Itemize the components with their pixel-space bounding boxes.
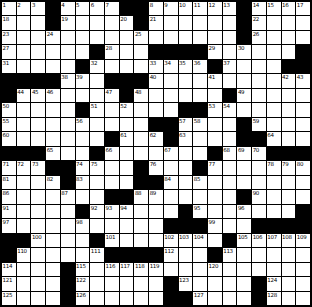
grid-cell[interactable]: 71 [2,161,16,174]
grid-cell[interactable] [267,74,281,87]
grid-cell[interactable] [223,176,237,189]
grid-cell[interactable] [282,190,296,203]
grid-cell[interactable] [296,248,310,261]
grid-cell[interactable] [134,132,148,145]
grid-cell[interactable] [179,74,193,87]
grid-cell[interactable]: 93 [105,205,119,218]
grid-cell[interactable]: 77 [208,161,222,174]
grid-cell[interactable] [31,132,45,145]
grid-cell[interactable] [296,103,310,116]
grid-cell[interactable] [282,292,296,305]
grid-cell[interactable] [120,277,134,290]
grid-cell[interactable] [267,89,281,102]
grid-cell[interactable] [208,277,222,290]
grid-cell[interactable]: 67 [164,147,178,160]
grid-cell[interactable]: 98 [76,219,90,232]
grid-cell[interactable]: 32 [90,60,104,73]
grid-cell[interactable] [208,176,222,189]
grid-cell[interactable]: 42 [282,74,296,87]
grid-cell[interactable] [282,176,296,189]
grid-cell[interactable] [149,205,163,218]
grid-cell[interactable] [90,74,104,87]
grid-cell[interactable] [223,16,237,29]
grid-cell[interactable]: 64 [267,132,281,145]
grid-cell[interactable] [90,31,104,44]
grid-cell[interactable] [31,205,45,218]
grid-cell[interactable] [208,118,222,131]
grid-cell[interactable] [267,31,281,44]
grid-cell[interactable]: 116 [105,263,119,276]
grid-cell[interactable]: 120 [208,263,222,276]
grid-cell[interactable] [252,176,266,189]
grid-cell[interactable] [105,277,119,290]
grid-cell[interactable] [252,60,266,73]
grid-cell[interactable] [223,118,237,131]
grid-cell[interactable]: 9 [164,2,178,15]
grid-cell[interactable] [46,103,60,116]
grid-cell[interactable] [90,176,104,189]
grid-cell[interactable] [17,219,31,232]
grid-cell[interactable] [46,60,60,73]
grid-cell[interactable]: 111 [90,248,104,261]
grid-cell[interactable] [296,89,310,102]
grid-cell[interactable] [31,16,45,29]
grid-cell[interactable]: 29 [208,45,222,58]
grid-cell[interactable]: 63 [179,132,193,145]
grid-cell[interactable] [223,292,237,305]
grid-cell[interactable]: 47 [105,89,119,102]
grid-cell[interactable] [46,190,60,203]
grid-cell[interactable] [179,147,193,160]
grid-cell[interactable] [296,190,310,203]
grid-cell[interactable]: 102 [164,234,178,247]
grid-cell[interactable]: 11 [193,2,207,15]
grid-cell[interactable] [267,16,281,29]
grid-cell[interactable] [282,132,296,145]
grid-cell[interactable] [46,132,60,145]
grid-cell[interactable]: 27 [2,45,16,58]
grid-cell[interactable] [282,205,296,218]
grid-cell[interactable] [164,16,178,29]
grid-cell[interactable] [120,147,134,160]
grid-cell[interactable] [252,45,266,58]
grid-cell[interactable] [61,234,75,247]
grid-cell[interactable]: 81 [2,176,16,189]
grid-cell[interactable]: 86 [2,190,16,203]
grid-cell[interactable] [17,45,31,58]
grid-cell[interactable] [105,118,119,131]
grid-cell[interactable] [237,74,251,87]
grid-cell[interactable]: 16 [282,2,296,15]
grid-cell[interactable] [208,132,222,145]
grid-cell[interactable] [179,31,193,44]
grid-cell[interactable] [252,263,266,276]
grid-cell[interactable] [134,277,148,290]
grid-cell[interactable] [208,292,222,305]
grid-cell[interactable]: 59 [252,118,266,131]
grid-cell[interactable] [120,176,134,189]
grid-cell[interactable]: 49 [237,89,251,102]
grid-cell[interactable] [149,147,163,160]
grid-cell[interactable] [223,277,237,290]
grid-cell[interactable]: 6 [90,2,104,15]
grid-cell[interactable] [179,89,193,102]
grid-cell[interactable] [267,176,281,189]
grid-cell[interactable]: 50 [2,103,16,116]
grid-cell[interactable]: 106 [252,234,266,247]
grid-cell[interactable] [134,45,148,58]
grid-cell[interactable]: 39 [76,74,90,87]
grid-cell[interactable] [223,74,237,87]
grid-cell[interactable]: 70 [252,147,266,160]
grid-cell[interactable]: 38 [61,74,75,87]
grid-cell[interactable]: 34 [164,60,178,73]
grid-cell[interactable] [17,103,31,116]
grid-cell[interactable]: 53 [208,103,222,116]
grid-cell[interactable]: 69 [237,147,251,160]
grid-cell[interactable] [164,263,178,276]
grid-cell[interactable] [252,74,266,87]
grid-cell[interactable] [120,60,134,73]
grid-cell[interactable]: 3 [31,2,45,15]
grid-cell[interactable]: 91 [2,205,16,218]
grid-cell[interactable]: 89 [149,190,163,203]
grid-cell[interactable]: 57 [179,118,193,131]
grid-cell[interactable] [31,176,45,189]
grid-cell[interactable]: 117 [120,263,134,276]
grid-cell[interactable] [46,234,60,247]
grid-cell[interactable] [105,31,119,44]
grid-cell[interactable] [223,31,237,44]
grid-cell[interactable] [223,205,237,218]
grid-cell[interactable] [90,190,104,203]
grid-cell[interactable] [179,176,193,189]
grid-cell[interactable] [31,248,45,261]
grid-cell[interactable]: 23 [2,31,16,44]
grid-cell[interactable]: 66 [105,147,119,160]
grid-cell[interactable] [193,248,207,261]
grid-cell[interactable] [90,16,104,29]
grid-cell[interactable] [105,16,119,29]
grid-cell[interactable]: 97 [2,219,16,232]
grid-cell[interactable] [296,31,310,44]
grid-cell[interactable] [237,277,251,290]
grid-cell[interactable] [76,132,90,145]
grid-cell[interactable]: 15 [267,2,281,15]
grid-cell[interactable] [282,89,296,102]
grid-cell[interactable] [134,118,148,131]
grid-cell[interactable] [252,205,266,218]
grid-cell[interactable]: 88 [134,190,148,203]
grid-cell[interactable] [237,60,251,73]
grid-cell[interactable] [208,89,222,102]
grid-cell[interactable]: 100 [31,234,45,247]
grid-cell[interactable] [149,234,163,247]
grid-cell[interactable]: 83 [76,176,90,189]
grid-cell[interactable] [46,118,60,131]
grid-cell[interactable] [237,176,251,189]
grid-cell[interactable]: 40 [149,74,163,87]
grid-cell[interactable]: 21 [149,16,163,29]
grid-cell[interactable] [237,219,251,232]
grid-cell[interactable] [17,176,31,189]
grid-cell[interactable] [134,103,148,116]
grid-cell[interactable] [193,31,207,44]
grid-cell[interactable] [296,263,310,276]
grid-cell[interactable]: 115 [76,263,90,276]
grid-cell[interactable]: 123 [179,277,193,290]
grid-cell[interactable] [164,89,178,102]
grid-cell[interactable] [61,118,75,131]
grid-cell[interactable] [296,176,310,189]
grid-cell[interactable] [296,132,310,145]
grid-cell[interactable] [282,45,296,58]
grid-cell[interactable] [193,16,207,29]
grid-cell[interactable] [282,31,296,44]
grid-cell[interactable] [179,161,193,174]
grid-cell[interactable] [296,292,310,305]
grid-cell[interactable]: 19 [61,16,75,29]
grid-cell[interactable] [105,292,119,305]
grid-cell[interactable] [61,103,75,116]
grid-cell[interactable] [149,89,163,102]
grid-cell[interactable] [223,219,237,232]
grid-cell[interactable] [17,118,31,131]
grid-cell[interactable] [223,45,237,58]
grid-cell[interactable]: 118 [134,263,148,276]
grid-cell[interactable] [76,45,90,58]
grid-cell[interactable]: 35 [179,60,193,73]
grid-cell[interactable] [120,161,134,174]
grid-cell[interactable]: 75 [90,161,104,174]
grid-cell[interactable]: 1 [2,2,16,15]
grid-cell[interactable] [61,60,75,73]
grid-cell[interactable] [179,190,193,203]
grid-cell[interactable] [61,248,75,261]
grid-cell[interactable] [31,45,45,58]
grid-cell[interactable] [76,234,90,247]
grid-cell[interactable]: 107 [267,234,281,247]
grid-cell[interactable] [31,263,45,276]
grid-cell[interactable] [134,219,148,232]
grid-cell[interactable]: 80 [296,161,310,174]
grid-cell[interactable] [31,31,45,44]
grid-cell[interactable] [237,248,251,261]
grid-cell[interactable] [17,205,31,218]
grid-cell[interactable]: 36 [193,60,207,73]
grid-cell[interactable] [208,190,222,203]
grid-cell[interactable] [31,219,45,232]
grid-cell[interactable] [90,263,104,276]
grid-cell[interactable]: 82 [46,176,60,189]
grid-cell[interactable] [282,277,296,290]
grid-cell[interactable] [134,60,148,73]
grid-cell[interactable]: 122 [76,277,90,290]
grid-cell[interactable] [149,31,163,44]
grid-cell[interactable] [267,248,281,261]
grid-cell[interactable] [164,190,178,203]
grid-cell[interactable] [237,103,251,116]
grid-cell[interactable]: 109 [296,234,310,247]
grid-cell[interactable]: 14 [252,2,266,15]
grid-cell[interactable] [208,16,222,29]
grid-cell[interactable] [223,190,237,203]
grid-cell[interactable] [296,16,310,29]
grid-cell[interactable]: 110 [17,248,31,261]
grid-cell[interactable] [120,31,134,44]
grid-cell[interactable]: 101 [105,234,119,247]
grid-cell[interactable]: 43 [296,74,310,87]
grid-cell[interactable] [282,263,296,276]
grid-cell[interactable] [223,161,237,174]
grid-cell[interactable] [267,118,281,131]
grid-cell[interactable] [193,147,207,160]
grid-cell[interactable]: 125 [2,292,16,305]
grid-cell[interactable]: 5 [76,2,90,15]
grid-cell[interactable] [61,219,75,232]
grid-cell[interactable] [134,234,148,247]
grid-cell[interactable] [90,292,104,305]
grid-cell[interactable] [90,277,104,290]
grid-cell[interactable] [31,103,45,116]
grid-cell[interactable] [17,60,31,73]
grid-cell[interactable] [61,45,75,58]
grid-cell[interactable]: 126 [76,292,90,305]
grid-cell[interactable] [105,60,119,73]
grid-cell[interactable]: 92 [90,205,104,218]
grid-cell[interactable] [267,45,281,58]
grid-cell[interactable] [46,263,60,276]
grid-cell[interactable] [31,277,45,290]
grid-cell[interactable]: 72 [17,161,31,174]
grid-cell[interactable] [193,132,207,145]
grid-cell[interactable] [90,118,104,131]
grid-cell[interactable]: 51 [90,103,104,116]
grid-cell[interactable]: 128 [267,292,281,305]
grid-cell[interactable]: 121 [2,277,16,290]
grid-cell[interactable] [17,263,31,276]
grid-cell[interactable] [31,60,45,73]
grid-cell[interactable] [252,161,266,174]
grid-cell[interactable]: 28 [105,45,119,58]
grid-cell[interactable] [149,219,163,232]
grid-cell[interactable] [237,161,251,174]
grid-cell[interactable] [164,31,178,44]
grid-cell[interactable] [179,263,193,276]
grid-cell[interactable]: 105 [237,234,251,247]
grid-cell[interactable] [76,190,90,203]
grid-cell[interactable] [193,74,207,87]
grid-cell[interactable]: 48 [134,89,148,102]
grid-cell[interactable]: 12 [208,2,222,15]
grid-cell[interactable]: 45 [31,89,45,102]
grid-cell[interactable] [76,16,90,29]
grid-cell[interactable] [193,89,207,102]
grid-cell[interactable] [164,74,178,87]
grid-cell[interactable] [149,103,163,116]
grid-cell[interactable]: 2 [17,2,31,15]
grid-cell[interactable] [46,45,60,58]
grid-cell[interactable] [252,248,266,261]
grid-cell[interactable] [46,292,60,305]
grid-cell[interactable] [223,263,237,276]
grid-cell[interactable] [282,16,296,29]
grid-cell[interactable] [149,292,163,305]
grid-cell[interactable] [76,31,90,44]
grid-cell[interactable]: 54 [223,103,237,116]
grid-cell[interactable] [149,277,163,290]
grid-cell[interactable]: 119 [149,263,163,276]
grid-cell[interactable] [46,248,60,261]
grid-cell[interactable]: 104 [193,234,207,247]
grid-cell[interactable] [267,205,281,218]
grid-cell[interactable] [282,248,296,261]
grid-cell[interactable]: 37 [223,60,237,73]
grid-cell[interactable]: 127 [193,292,207,305]
grid-cell[interactable] [90,219,104,232]
grid-cell[interactable]: 46 [46,89,60,102]
grid-cell[interactable]: 124 [267,277,281,290]
grid-cell[interactable] [76,147,90,160]
grid-cell[interactable] [134,205,148,218]
grid-cell[interactable] [105,161,119,174]
grid-cell[interactable] [105,176,119,189]
grid-cell[interactable] [120,292,134,305]
grid-cell[interactable] [90,89,104,102]
grid-cell[interactable] [179,16,193,29]
grid-cell[interactable] [120,118,134,131]
grid-cell[interactable] [76,248,90,261]
grid-cell[interactable]: 8 [149,2,163,15]
grid-cell[interactable] [208,234,222,247]
grid-cell[interactable]: 31 [2,60,16,73]
grid-cell[interactable]: 113 [223,248,237,261]
grid-cell[interactable] [193,277,207,290]
grid-cell[interactable] [61,89,75,102]
grid-cell[interactable] [134,147,148,160]
grid-cell[interactable]: 4 [61,2,75,15]
grid-cell[interactable] [252,103,266,116]
grid-cell[interactable] [31,118,45,131]
grid-cell[interactable]: 99 [208,219,222,232]
grid-cell[interactable] [31,190,45,203]
grid-cell[interactable]: 112 [164,248,178,261]
grid-cell[interactable] [17,31,31,44]
grid-cell[interactable] [252,89,266,102]
grid-cell[interactable] [282,103,296,116]
grid-cell[interactable] [164,103,178,116]
grid-cell[interactable]: 22 [252,16,266,29]
grid-cell[interactable]: 24 [46,31,60,44]
grid-cell[interactable] [237,292,251,305]
grid-cell[interactable] [17,132,31,145]
grid-cell[interactable]: 114 [2,263,16,276]
grid-cell[interactable]: 13 [223,2,237,15]
grid-cell[interactable] [208,205,222,218]
grid-cell[interactable] [267,263,281,276]
grid-cell[interactable]: 62 [149,132,163,145]
grid-cell[interactable] [282,118,296,131]
grid-cell[interactable] [105,219,119,232]
grid-cell[interactable] [61,31,75,44]
grid-cell[interactable] [179,248,193,261]
grid-cell[interactable] [120,219,134,232]
grid-cell[interactable]: 73 [31,161,45,174]
grid-cell[interactable]: 25 [134,31,148,44]
grid-cell[interactable] [46,219,60,232]
grid-cell[interactable]: 7 [105,2,119,15]
grid-cell[interactable] [17,292,31,305]
